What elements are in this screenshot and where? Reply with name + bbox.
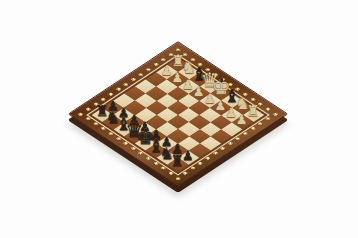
brass-ring-inlay-icon <box>77 112 84 117</box>
brass-ring-inlay-icon <box>234 136 241 141</box>
brass-ring-inlay-icon <box>174 47 181 52</box>
brass-ring-inlay-icon <box>212 151 219 156</box>
brass-ring-inlay-icon <box>115 87 122 92</box>
brass-ring-inlay-icon <box>249 126 256 131</box>
brass-ring-inlay-icon <box>227 141 234 146</box>
product-photo-scene: ♜♞♝♛♚♝♞♜♟♟♟♟♟♟♟♟♟♟♟♟♟♟♟♟♜♞♝♛♚♝♞♜ <box>0 0 358 238</box>
brass-ring-inlay-icon <box>137 72 144 77</box>
brass-ring-inlay-icon <box>145 67 152 72</box>
brass-ring-inlay-icon <box>182 171 189 176</box>
chess-board[interactable]: ♜♞♝♛♚♝♞♜♟♟♟♟♟♟♟♟♟♟♟♟♟♟♟♟♜♞♝♛♚♝♞♜ <box>68 41 289 187</box>
brass-ring-inlay-icon <box>174 176 181 181</box>
brass-ring-inlay-icon <box>145 156 152 161</box>
brass-ring-inlay-icon <box>107 92 114 97</box>
brass-ring-inlay-icon <box>272 112 279 117</box>
brass-ring-inlay-icon <box>257 121 264 126</box>
brass-ring-inlay-icon <box>219 146 226 151</box>
brass-ring-inlay-icon <box>242 131 249 136</box>
brass-ring-inlay-icon <box>204 156 211 161</box>
brass-ring-inlay-icon <box>92 121 99 126</box>
brass-ring-inlay-icon <box>167 171 174 176</box>
black-rook-glyph: ♜ <box>164 154 190 169</box>
brass-ring-inlay-icon <box>100 126 107 131</box>
brass-ring-inlay-icon <box>130 77 137 82</box>
brass-ring-inlay-icon <box>122 82 129 87</box>
